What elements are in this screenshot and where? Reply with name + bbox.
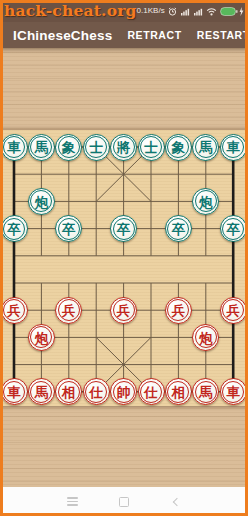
piece-black-cannon[interactable]: 炮 <box>192 188 219 215</box>
board-grid <box>0 130 248 406</box>
app-title: IChineseChess <box>13 28 112 43</box>
piece-glyph: 兵 <box>226 304 240 318</box>
menu-icon[interactable] <box>66 496 78 508</box>
piece-black-soldier[interactable]: 卒 <box>1 215 28 242</box>
piece-red-soldier[interactable]: 兵 <box>55 297 82 324</box>
piece-glyph: 車 <box>7 141 21 155</box>
piece-glyph: 將 <box>117 141 131 155</box>
piece-glyph: 仕 <box>89 386 103 400</box>
piece-red-cannon[interactable]: 炮 <box>192 324 219 351</box>
piece-glyph: 馬 <box>199 386 213 400</box>
piece-red-soldier[interactable]: 兵 <box>1 297 28 324</box>
piece-glyph: 炮 <box>35 331 49 345</box>
piece-red-horse[interactable]: 馬 <box>28 378 55 405</box>
piece-glyph: 馬 <box>35 141 49 155</box>
xiangqi-board[interactable]: 車馬象士將士象馬車炮炮卒卒卒卒卒兵兵兵兵兵炮炮車馬相仕帥仕相馬車 <box>0 130 248 406</box>
status-bar: hack-cheat.org 0.1KB/s <box>0 0 248 22</box>
piece-black-soldier[interactable]: 卒 <box>165 215 192 242</box>
piece-black-general[interactable]: 將 <box>110 134 137 161</box>
piece-red-chariot[interactable]: 車 <box>220 378 247 405</box>
piece-red-soldier[interactable]: 兵 <box>220 297 247 324</box>
piece-black-horse[interactable]: 馬 <box>28 134 55 161</box>
piece-red-cannon[interactable]: 炮 <box>28 324 55 351</box>
piece-glyph: 炮 <box>35 195 49 209</box>
net-speed: 0.1KB/s <box>137 7 165 15</box>
piece-glyph: 象 <box>62 141 76 155</box>
android-nav-bar <box>0 487 248 516</box>
piece-glyph: 仕 <box>144 386 158 400</box>
piece-glyph: 卒 <box>172 222 186 236</box>
piece-red-advisor[interactable]: 仕 <box>138 378 165 405</box>
piece-black-chariot[interactable]: 車 <box>220 134 247 161</box>
piece-glyph: 馬 <box>35 386 49 400</box>
piece-glyph: 相 <box>172 386 186 400</box>
piece-glyph: 車 <box>226 386 240 400</box>
phone-screen: hack-cheat.org 0.1KB/s <box>0 0 248 516</box>
piece-black-chariot[interactable]: 車 <box>1 134 28 161</box>
charging-icon <box>239 7 244 16</box>
piece-glyph: 車 <box>7 386 21 400</box>
piece-glyph: 兵 <box>62 304 76 318</box>
status-icons: 0.1KB/s <box>137 7 244 16</box>
piece-glyph: 炮 <box>199 195 213 209</box>
piece-black-soldier[interactable]: 卒 <box>110 215 137 242</box>
piece-glyph: 象 <box>172 141 186 155</box>
piece-black-cannon[interactable]: 炮 <box>28 188 55 215</box>
piece-glyph: 卒 <box>226 222 240 236</box>
piece-glyph: 士 <box>89 141 103 155</box>
piece-glyph: 馬 <box>199 141 213 155</box>
signal-icon <box>193 7 203 16</box>
back-icon[interactable] <box>170 496 182 508</box>
piece-red-soldier[interactable]: 兵 <box>110 297 137 324</box>
piece-glyph: 車 <box>226 141 240 155</box>
piece-glyph: 炮 <box>199 331 213 345</box>
piece-black-horse[interactable]: 馬 <box>192 134 219 161</box>
home-icon[interactable] <box>118 496 130 508</box>
piece-glyph: 相 <box>62 386 76 400</box>
piece-glyph: 卒 <box>7 222 21 236</box>
retract-button[interactable]: RETRACT <box>127 25 181 45</box>
piece-red-soldier[interactable]: 兵 <box>165 297 192 324</box>
piece-red-advisor[interactable]: 仕 <box>83 378 110 405</box>
piece-glyph: 帥 <box>117 386 131 400</box>
piece-black-elephant[interactable]: 象 <box>165 134 192 161</box>
piece-black-soldier[interactable]: 卒 <box>220 215 247 242</box>
battery-icon <box>220 7 244 16</box>
piece-glyph: 卒 <box>117 222 131 236</box>
piece-black-advisor[interactable]: 士 <box>83 134 110 161</box>
piece-glyph: 卒 <box>62 222 76 236</box>
piece-glyph: 士 <box>144 141 158 155</box>
app-bar: IChineseChess RETRACT RESTART <box>0 22 248 48</box>
piece-red-elephant[interactable]: 相 <box>165 378 192 405</box>
piece-glyph: 兵 <box>117 304 131 318</box>
piece-black-advisor[interactable]: 士 <box>138 134 165 161</box>
watermark: hack-cheat.org <box>4 3 137 19</box>
piece-glyph: 兵 <box>172 304 186 318</box>
piece-black-elephant[interactable]: 象 <box>55 134 82 161</box>
piece-red-chariot[interactable]: 車 <box>1 378 28 405</box>
alarm-icon <box>168 7 177 16</box>
wifi-icon <box>206 7 217 16</box>
restart-button[interactable]: RESTART <box>197 25 248 45</box>
piece-glyph: 兵 <box>7 304 21 318</box>
signal-icon <box>180 7 190 16</box>
